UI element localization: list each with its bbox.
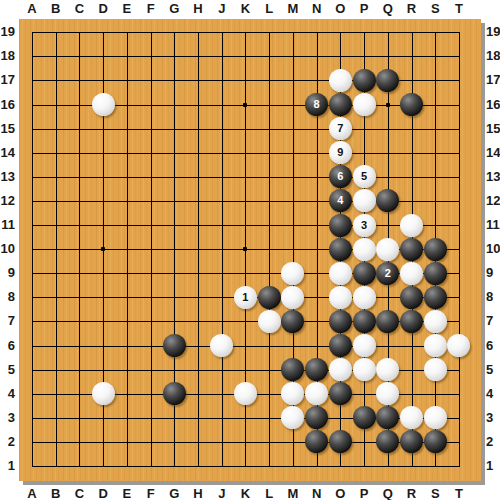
row-label-left-5: 5: [0, 362, 15, 378]
white-stone-P5[interactable]: [353, 358, 376, 381]
intersection-G6: [162, 333, 186, 357]
row-label-left-14: 14: [0, 145, 15, 161]
intersection-O13: 6: [328, 165, 352, 189]
column-label-M: M: [283, 1, 303, 16]
intersection-S8: [423, 285, 447, 309]
move-number-label: 4: [337, 195, 343, 206]
row-label-left-7: 7: [0, 313, 15, 329]
column-label-B: B: [46, 486, 66, 500]
row-label-left-16: 16: [0, 97, 15, 113]
intersection-N16: 8: [305, 93, 329, 117]
intersection-O2: [328, 430, 352, 454]
intersection-S10: [423, 237, 447, 261]
black-stone-Q7[interactable]: [376, 310, 399, 333]
row-label-right-17: 17: [486, 72, 500, 88]
intersection-Q2: [376, 430, 400, 454]
column-label-S: S: [425, 1, 445, 16]
white-stone-J6[interactable]: [210, 334, 233, 357]
white-stone-P12[interactable]: [353, 189, 376, 212]
black-stone-M7[interactable]: [281, 310, 304, 333]
white-stone-P16[interactable]: [353, 93, 376, 116]
black-stone-R7[interactable]: [400, 310, 423, 333]
white-stone-M3[interactable]: [281, 406, 304, 429]
row-label-left-17: 17: [0, 72, 15, 88]
white-stone-O8[interactable]: [329, 286, 352, 309]
intersection-M5: [281, 358, 305, 382]
black-stone-O10[interactable]: [329, 238, 352, 261]
intersection-M9: [281, 261, 305, 285]
move-number-label: 6: [337, 171, 343, 182]
row-label-left-8: 8: [0, 289, 15, 305]
row-label-right-14: 14: [486, 145, 500, 161]
white-stone-P11[interactable]: 3: [353, 214, 376, 237]
white-stone-S3[interactable]: [424, 406, 447, 429]
intersection-S7: [423, 309, 447, 333]
column-label-S: S: [425, 486, 445, 500]
column-label-K: K: [235, 1, 255, 16]
intersection-N2: [305, 430, 329, 454]
column-label-R: R: [402, 1, 422, 16]
intersection-R11: [400, 213, 424, 237]
intersection-P3: [352, 406, 376, 430]
intersection-S6: [423, 333, 447, 357]
column-label-T: T: [449, 486, 469, 500]
column-label-A: A: [22, 1, 42, 16]
move-number-label: 1: [242, 292, 248, 303]
black-stone-S8[interactable]: [424, 286, 447, 309]
black-stone-N16[interactable]: 8: [305, 93, 328, 116]
row-label-left-4: 4: [0, 386, 15, 402]
intersection-Q9: 2: [376, 261, 400, 285]
go-diagram-screen: ABCDEFGHJKLMNOPQRST ABCDEFGHJKLMNOPQRST …: [0, 0, 500, 500]
intersection-O16: [328, 93, 352, 117]
black-stone-P17[interactable]: [353, 69, 376, 92]
column-label-N: N: [307, 486, 327, 500]
column-label-A: A: [22, 486, 42, 500]
black-stone-Q12[interactable]: [376, 189, 399, 212]
column-label-K: K: [235, 486, 255, 500]
white-stone-M8[interactable]: [281, 286, 304, 309]
row-label-right-5: 5: [486, 362, 500, 378]
intersection-O10: [328, 237, 352, 261]
row-label-left-13: 13: [0, 169, 15, 185]
intersection-L7: [257, 309, 281, 333]
intersection-O14: 9: [328, 141, 352, 165]
row-label-right-4: 4: [486, 386, 500, 402]
column-label-H: H: [188, 486, 208, 500]
intersection-P7: [352, 309, 376, 333]
white-stone-R3[interactable]: [400, 406, 423, 429]
column-label-F: F: [141, 486, 161, 500]
white-stone-M9[interactable]: [281, 262, 304, 285]
column-label-P: P: [354, 1, 374, 16]
intersection-M4: [281, 382, 305, 406]
white-stone-S6[interactable]: [424, 334, 447, 357]
white-stone-O9[interactable]: [329, 262, 352, 285]
intersection-T6: [447, 333, 471, 357]
intersection-R2: [400, 430, 424, 454]
intersection-M8: [281, 285, 305, 309]
intersection-G4: [162, 382, 186, 406]
intersection-P5: [352, 358, 376, 382]
column-label-E: E: [117, 486, 137, 500]
black-stone-O4[interactable]: [329, 382, 352, 405]
white-stone-S5[interactable]: [424, 358, 447, 381]
column-label-F: F: [141, 1, 161, 16]
intersection-P9: [352, 261, 376, 285]
move-number-label: 3: [361, 220, 367, 231]
black-stone-O6[interactable]: [329, 334, 352, 357]
black-stone-O16[interactable]: [329, 93, 352, 116]
intersection-S3: [423, 406, 447, 430]
row-label-right-18: 18: [486, 48, 500, 64]
intersection-M7: [281, 309, 305, 333]
row-label-right-13: 13: [486, 169, 500, 185]
intersection-N3: [305, 406, 329, 430]
row-label-right-9: 9: [486, 265, 500, 281]
column-label-E: E: [117, 1, 137, 16]
white-stone-N4[interactable]: [305, 382, 328, 405]
intersection-S5: [423, 358, 447, 382]
white-stone-Q5[interactable]: [376, 358, 399, 381]
white-stone-S7[interactable]: [424, 310, 447, 333]
intersection-P8: [352, 285, 376, 309]
white-stone-P13[interactable]: 5: [353, 165, 376, 188]
black-stone-P3[interactable]: [353, 406, 376, 429]
row-label-left-3: 3: [0, 410, 15, 426]
intersection-K8: 1: [234, 285, 258, 309]
intersection-L8: [257, 285, 281, 309]
row-label-left-15: 15: [0, 121, 15, 137]
row-label-left-2: 2: [0, 434, 15, 450]
row-label-left-19: 19: [0, 24, 15, 40]
white-stone-O14[interactable]: 9: [329, 141, 352, 164]
intersection-O4: [328, 382, 352, 406]
white-stone-D16[interactable]: [92, 93, 115, 116]
column-label-H: H: [188, 1, 208, 16]
intersection-O8: [328, 285, 352, 309]
intersection-P6: [352, 333, 376, 357]
row-label-right-1: 1: [486, 458, 500, 474]
white-stone-O15[interactable]: 7: [329, 117, 352, 140]
intersection-Q12: [376, 189, 400, 213]
move-number-label: 5: [361, 171, 367, 182]
black-stone-S9[interactable]: [424, 262, 447, 285]
column-label-G: G: [164, 486, 184, 500]
intersection-P11: 3: [352, 213, 376, 237]
column-label-D: D: [93, 486, 113, 500]
black-stone-Q9[interactable]: 2: [376, 262, 399, 285]
move-number-label: 2: [385, 268, 391, 279]
black-stone-O12[interactable]: 4: [329, 189, 352, 212]
white-stone-O5[interactable]: [329, 358, 352, 381]
row-label-left-11: 11: [0, 217, 15, 233]
black-stone-P7[interactable]: [353, 310, 376, 333]
intersection-R9: [400, 261, 424, 285]
intersection-N5: [305, 358, 329, 382]
intersection-N4: [305, 382, 329, 406]
intersection-J6: [210, 333, 234, 357]
white-stone-K8[interactable]: 1: [234, 286, 257, 309]
black-stone-G4[interactable]: [163, 382, 186, 405]
row-label-right-2: 2: [486, 434, 500, 450]
row-label-right-12: 12: [486, 193, 500, 209]
black-stone-M5[interactable]: [281, 358, 304, 381]
column-label-C: C: [69, 1, 89, 16]
black-stone-Q17[interactable]: [376, 69, 399, 92]
white-stone-T6[interactable]: [447, 334, 470, 357]
intersection-Q3: [376, 406, 400, 430]
intersection-S2: [423, 430, 447, 454]
intersection-R3: [400, 406, 424, 430]
stone-grid[interactable]: 879654321: [20, 20, 471, 478]
black-stone-R16[interactable]: [400, 93, 423, 116]
intersection-P17: [352, 68, 376, 92]
row-label-left-18: 18: [0, 48, 15, 64]
white-stone-P6[interactable]: [353, 334, 376, 357]
intersection-R16: [400, 93, 424, 117]
column-label-J: J: [212, 1, 232, 16]
intersection-O11: [328, 213, 352, 237]
intersection-Q4: [376, 382, 400, 406]
row-label-right-16: 16: [486, 97, 500, 113]
black-stone-N5[interactable]: [305, 358, 328, 381]
black-stone-P9[interactable]: [353, 262, 376, 285]
black-stone-R10[interactable]: [400, 238, 423, 261]
column-label-G: G: [164, 1, 184, 16]
column-label-Q: Q: [378, 486, 398, 500]
black-stone-O11[interactable]: [329, 214, 352, 237]
column-label-Q: Q: [378, 1, 398, 16]
black-stone-S10[interactable]: [424, 238, 447, 261]
black-stone-Q2[interactable]: [376, 430, 399, 453]
row-label-right-6: 6: [486, 338, 500, 354]
column-label-N: N: [307, 1, 327, 16]
row-label-left-1: 1: [0, 458, 15, 474]
black-stone-N2[interactable]: [305, 430, 328, 453]
white-stone-R9[interactable]: [400, 262, 423, 285]
intersection-P12: [352, 189, 376, 213]
white-stone-Q10[interactable]: [376, 238, 399, 261]
intersection-O7: [328, 309, 352, 333]
row-label-right-10: 10: [486, 241, 500, 257]
black-stone-S2[interactable]: [424, 430, 447, 453]
intersection-R10: [400, 237, 424, 261]
row-label-right-11: 11: [486, 217, 500, 233]
white-stone-L7[interactable]: [258, 310, 281, 333]
black-stone-Q3[interactable]: [376, 406, 399, 429]
row-label-left-12: 12: [0, 193, 15, 209]
intersection-P10: [352, 237, 376, 261]
column-label-L: L: [259, 486, 279, 500]
column-label-B: B: [46, 1, 66, 16]
black-stone-G6[interactable]: [163, 334, 186, 357]
intersection-O6: [328, 333, 352, 357]
row-label-right-15: 15: [486, 121, 500, 137]
intersection-K4: [234, 382, 258, 406]
column-label-J: J: [212, 486, 232, 500]
goban[interactable]: 879654321: [19, 19, 481, 481]
row-label-right-19: 19: [486, 24, 500, 40]
move-number-label: 9: [337, 147, 343, 158]
white-stone-P8[interactable]: [353, 286, 376, 309]
intersection-S9: [423, 261, 447, 285]
intersection-R7: [400, 309, 424, 333]
intersection-Q5: [376, 358, 400, 382]
column-label-M: M: [283, 486, 303, 500]
intersection-O15: 7: [328, 117, 352, 141]
black-stone-O13[interactable]: 6: [329, 165, 352, 188]
white-stone-P10[interactable]: [353, 238, 376, 261]
white-stone-O17[interactable]: [329, 69, 352, 92]
column-label-O: O: [330, 1, 350, 16]
white-stone-Q4[interactable]: [376, 382, 399, 405]
row-label-right-7: 7: [486, 313, 500, 329]
intersection-O5: [328, 358, 352, 382]
black-stone-R8[interactable]: [400, 286, 423, 309]
black-stone-O7[interactable]: [329, 310, 352, 333]
intersection-O9: [328, 261, 352, 285]
intersection-R8: [400, 285, 424, 309]
black-stone-R2[interactable]: [400, 430, 423, 453]
row-label-right-8: 8: [486, 289, 500, 305]
white-stone-D4[interactable]: [92, 382, 115, 405]
move-number-label: 7: [337, 123, 343, 134]
intersection-D16: [91, 93, 115, 117]
row-label-left-9: 9: [0, 265, 15, 281]
intersection-P16: [352, 93, 376, 117]
move-number-label: 8: [314, 99, 320, 110]
intersection-O17: [328, 68, 352, 92]
column-label-P: P: [354, 486, 374, 500]
white-stone-R11[interactable]: [400, 214, 423, 237]
black-stone-N3[interactable]: [305, 406, 328, 429]
intersection-Q17: [376, 68, 400, 92]
black-stone-O2[interactable]: [329, 430, 352, 453]
column-label-L: L: [259, 1, 279, 16]
intersection-Q10: [376, 237, 400, 261]
white-stone-M4[interactable]: [281, 382, 304, 405]
intersection-P13: 5: [352, 165, 376, 189]
column-label-R: R: [402, 486, 422, 500]
intersection-O12: 4: [328, 189, 352, 213]
row-label-right-3: 3: [486, 410, 500, 426]
column-label-O: O: [330, 486, 350, 500]
intersection-Q7: [376, 309, 400, 333]
row-label-left-6: 6: [0, 338, 15, 354]
row-label-left-10: 10: [0, 241, 15, 257]
column-label-C: C: [69, 486, 89, 500]
column-label-T: T: [449, 1, 469, 16]
intersection-D4: [91, 382, 115, 406]
intersection-M3: [281, 406, 305, 430]
white-stone-K4[interactable]: [234, 382, 257, 405]
column-label-D: D: [93, 1, 113, 16]
black-stone-L8[interactable]: [258, 286, 281, 309]
